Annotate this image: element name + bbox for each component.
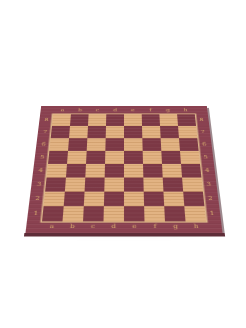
coordinate-label: 7 (197, 126, 208, 138)
square-e8 (124, 114, 142, 126)
square-a5 (48, 151, 68, 164)
square-f2 (144, 192, 164, 207)
square-g6 (161, 138, 180, 151)
square-c1 (83, 206, 104, 221)
square-d2 (104, 192, 124, 207)
square-d1 (103, 206, 124, 221)
coordinate-label: 2 (31, 192, 43, 207)
square-a6 (49, 138, 69, 151)
square-b4 (66, 164, 86, 178)
coordinate-label: h (177, 107, 195, 113)
coordinate-label: a (41, 223, 62, 231)
square-d6 (105, 138, 124, 151)
chess-board: abcdefgh abcdefgh 87654321 87654321 (25, 106, 222, 233)
square-c4 (85, 164, 105, 178)
square-a1 (42, 206, 64, 221)
square-e2 (124, 192, 144, 207)
square-g7 (160, 126, 179, 138)
square-e1 (124, 206, 145, 221)
square-d7 (106, 126, 124, 138)
square-b1 (62, 206, 83, 221)
coordinate-label: 6 (38, 138, 49, 151)
coordinate-label: c (83, 223, 104, 231)
square-h7 (178, 126, 197, 138)
square-a8 (52, 114, 71, 126)
square-c2 (84, 192, 104, 207)
coordinate-label: 6 (199, 138, 210, 151)
coordinate-label: f (145, 223, 166, 231)
square-e6 (124, 138, 143, 151)
square-g1 (164, 206, 185, 221)
square-a2 (44, 192, 65, 207)
square-g4 (162, 164, 182, 178)
coordinate-label: f (142, 107, 160, 113)
coordinate-label: a (53, 107, 71, 113)
square-h1 (184, 206, 206, 221)
coordinate-label: 7 (40, 126, 51, 138)
square-g8 (159, 114, 178, 126)
square-c5 (86, 151, 105, 164)
square-b6 (68, 138, 87, 151)
coordinate-label: b (71, 107, 89, 113)
coordinate-label: 1 (206, 206, 218, 221)
square-c6 (87, 138, 106, 151)
coordinate-label: d (103, 223, 124, 231)
coordinate-label: 4 (35, 164, 47, 178)
coordinate-label: h (186, 223, 207, 231)
square-f4 (143, 164, 163, 178)
square-e7 (124, 126, 142, 138)
square-h6 (179, 138, 199, 151)
product-photo: abcdefgh abcdefgh 87654321 87654321 (0, 0, 246, 328)
square-f5 (143, 151, 162, 164)
coordinate-label: 3 (33, 178, 45, 192)
square-g2 (163, 192, 184, 207)
square-g3 (163, 178, 183, 192)
square-f6 (142, 138, 161, 151)
square-f8 (142, 114, 160, 126)
coordinate-label: 5 (200, 151, 211, 164)
square-g5 (161, 151, 181, 164)
square-b8 (70, 114, 89, 126)
coordinate-label: c (89, 107, 107, 113)
square-f1 (144, 206, 165, 221)
coordinate-label: g (159, 107, 177, 113)
coords-top: abcdefgh (53, 107, 194, 113)
square-d4 (105, 164, 124, 178)
square-h8 (177, 114, 196, 126)
coordinate-label: 5 (37, 151, 48, 164)
play-area (42, 114, 206, 221)
coordinate-label: 2 (204, 192, 216, 207)
coordinate-label: 8 (41, 114, 52, 126)
square-d5 (105, 151, 124, 164)
square-e4 (124, 164, 143, 178)
square-d3 (104, 178, 124, 192)
square-e5 (124, 151, 143, 164)
coords-bottom: abcdefgh (41, 223, 207, 231)
coordinate-label: e (124, 223, 145, 231)
square-h5 (180, 151, 200, 164)
square-b5 (67, 151, 87, 164)
square-a7 (51, 126, 70, 138)
square-h4 (181, 164, 201, 178)
square-a4 (47, 164, 67, 178)
square-a3 (45, 178, 66, 192)
square-c3 (85, 178, 105, 192)
coordinate-label: d (106, 107, 124, 113)
coordinate-label: 4 (202, 164, 214, 178)
coordinate-label: 1 (30, 206, 42, 221)
square-c8 (88, 114, 106, 126)
coordinate-label: b (62, 223, 83, 231)
square-d8 (106, 114, 124, 126)
square-b7 (69, 126, 88, 138)
square-h2 (183, 192, 204, 207)
square-f3 (143, 178, 163, 192)
square-b2 (64, 192, 85, 207)
square-e3 (124, 178, 144, 192)
coordinate-label: e (124, 107, 142, 113)
square-h3 (182, 178, 203, 192)
coordinate-label: 8 (196, 114, 207, 126)
coordinate-label: 3 (203, 178, 215, 192)
square-f7 (142, 126, 161, 138)
square-b3 (65, 178, 85, 192)
coordinate-label: g (165, 223, 186, 231)
square-c7 (87, 126, 106, 138)
